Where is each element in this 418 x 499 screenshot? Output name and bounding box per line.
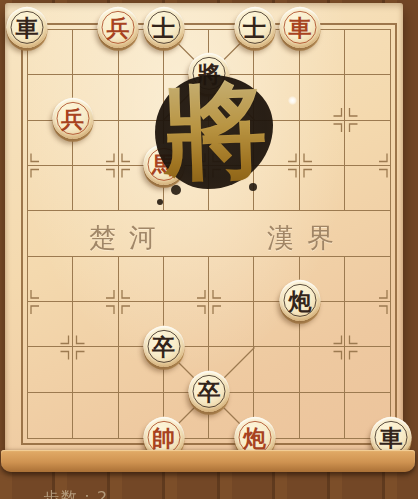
piece-glyph: 炮 [280,280,321,321]
piece-glyph: 車 [280,7,321,48]
piece-red-soldier[interactable]: 兵 [98,7,139,48]
piece-red-soldier[interactable]: 兵 [52,98,93,139]
step-counter: 步数：2 [43,488,109,499]
piece-black-chariot[interactable]: 車 [7,7,48,48]
piece-glyph: 車 [7,7,48,48]
piece-glyph: 將 [189,52,230,93]
piece-glyph: 兵 [52,98,93,139]
xiangqi-board[interactable]: 楚河 漢界 車兵士士車將兵馬炮卒卒帥炮車 將 [5,3,403,452]
piece-black-advisor[interactable]: 士 [234,7,275,48]
board-bevel-edge [1,450,415,472]
piece-glyph: 士 [143,7,184,48]
piece-glyph: 卒 [189,371,230,412]
app-background: { "game": "xiangqi", "board": { "columns… [0,0,418,499]
piece-black-soldier[interactable]: 卒 [143,325,184,366]
piece-glyph: 馬 [143,143,184,184]
pieces-layer: 車兵士士車將兵馬炮卒卒帥炮車 [27,29,391,439]
piece-black-cannon[interactable]: 炮 [280,280,321,321]
piece-black-advisor[interactable]: 士 [143,7,184,48]
piece-glyph: 卒 [143,325,184,366]
piece-red-chariot[interactable]: 車 [280,7,321,48]
piece-black-general[interactable]: 將 [189,52,230,93]
piece-glyph: 士 [234,7,275,48]
piece-red-horse[interactable]: 馬 [143,143,184,184]
piece-black-soldier[interactable]: 卒 [189,371,230,412]
piece-glyph: 兵 [98,7,139,48]
